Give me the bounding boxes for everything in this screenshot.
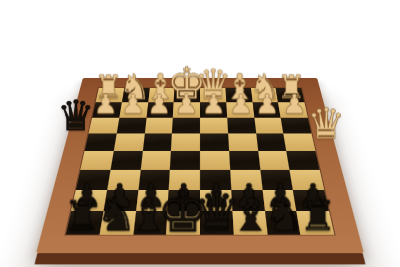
square-g4: [113, 134, 144, 151]
square-a8: ♜: [297, 211, 335, 234]
square-c4: [228, 134, 258, 151]
square-f3: [144, 117, 173, 133]
square-a5: [287, 151, 320, 170]
square-b5: [258, 151, 290, 170]
piece-black-spare-queen: ♛: [57, 95, 95, 137]
piece-black-king-e8: ♚: [158, 183, 209, 239]
square-g3: [116, 117, 146, 133]
piece-black-rook-a8: ♜: [299, 196, 336, 237]
square-b8: ♞: [264, 211, 300, 234]
piece-white-pawn-a2: ♟: [282, 91, 307, 118]
photo-scene: ♜♞♝♚♛♝♞♜♟♟♟♟♟♟♟♟♟♟♟♟♟♟♟♟♜♞♝♚♛♝♞♜ ♛ ♛: [0, 0, 400, 267]
piece-white-pawn-d2: ♟: [201, 91, 226, 118]
square-c5: [229, 151, 260, 170]
piece-white-spare-queen: ♛: [307, 102, 345, 144]
piece-white-pawn-c2: ♟: [228, 91, 253, 118]
photo-background: ♜♞♝♚♛♝♞♜♟♟♟♟♟♟♟♟♟♟♟♟♟♟♟♟♜♞♝♚♛♝♞♜ ♛ ♛: [0, 0, 400, 267]
square-d2: ♟: [200, 102, 227, 117]
square-a2: ♟: [278, 102, 308, 117]
piece-white-pawn-f2: ♟: [147, 91, 172, 118]
piece-white-pawn-e2: ♟: [174, 91, 199, 118]
board-squares: ♜♞♝♚♛♝♞♜♟♟♟♟♟♟♟♟♟♟♟♟♟♟♟♟♜♞♝♚♛♝♞♜: [66, 88, 334, 235]
square-d5: [200, 151, 230, 170]
square-g2: ♟: [119, 102, 148, 117]
square-d4: [200, 134, 229, 151]
square-c3: [227, 117, 256, 133]
piece-white-pawn-b2: ♟: [255, 91, 280, 118]
square-b4: [256, 134, 287, 151]
square-f2: ♟: [146, 102, 174, 117]
square-b3: [254, 117, 284, 133]
square-h2: ♟: [92, 102, 122, 117]
square-e4: [171, 134, 200, 151]
piece-white-pawn-h2: ♟: [93, 91, 118, 118]
square-c2: ♟: [226, 102, 254, 117]
square-g5: [110, 151, 142, 170]
square-f5: [140, 151, 171, 170]
piece-white-pawn-g2: ♟: [120, 91, 145, 118]
square-b2: ♟: [252, 102, 281, 117]
square-h5: [80, 151, 113, 170]
square-e8: ♚: [166, 211, 200, 234]
square-e2: ♟: [173, 102, 200, 117]
chess-board: ♜♞♝♚♛♝♞♜♟♟♟♟♟♟♟♟♟♟♟♟♟♟♟♟♜♞♝♚♛♝♞♜ ♛ ♛: [36, 78, 364, 253]
square-d3: [200, 117, 228, 133]
square-e3: [172, 117, 200, 133]
square-e5: [170, 151, 200, 170]
square-f4: [142, 134, 172, 151]
